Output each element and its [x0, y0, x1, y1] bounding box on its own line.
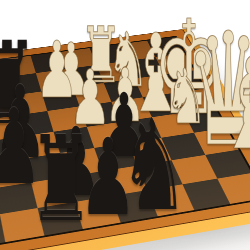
product-photo: ♟♟♟♜♞♟♝♚♞♛♝♜♟♟♜♟♟♟♞ [0, 0, 250, 250]
pieces-layer: ♟♟♟♜♞♟♝♚♞♛♝♜♟♟♜♟♟♟♞ [0, 0, 250, 250]
white-bishop-icon: ♝ [217, 42, 250, 168]
black-rook-icon: ♜ [28, 120, 94, 238]
piece-black-rook-2[interactable]: ♜ [8, 120, 114, 238]
